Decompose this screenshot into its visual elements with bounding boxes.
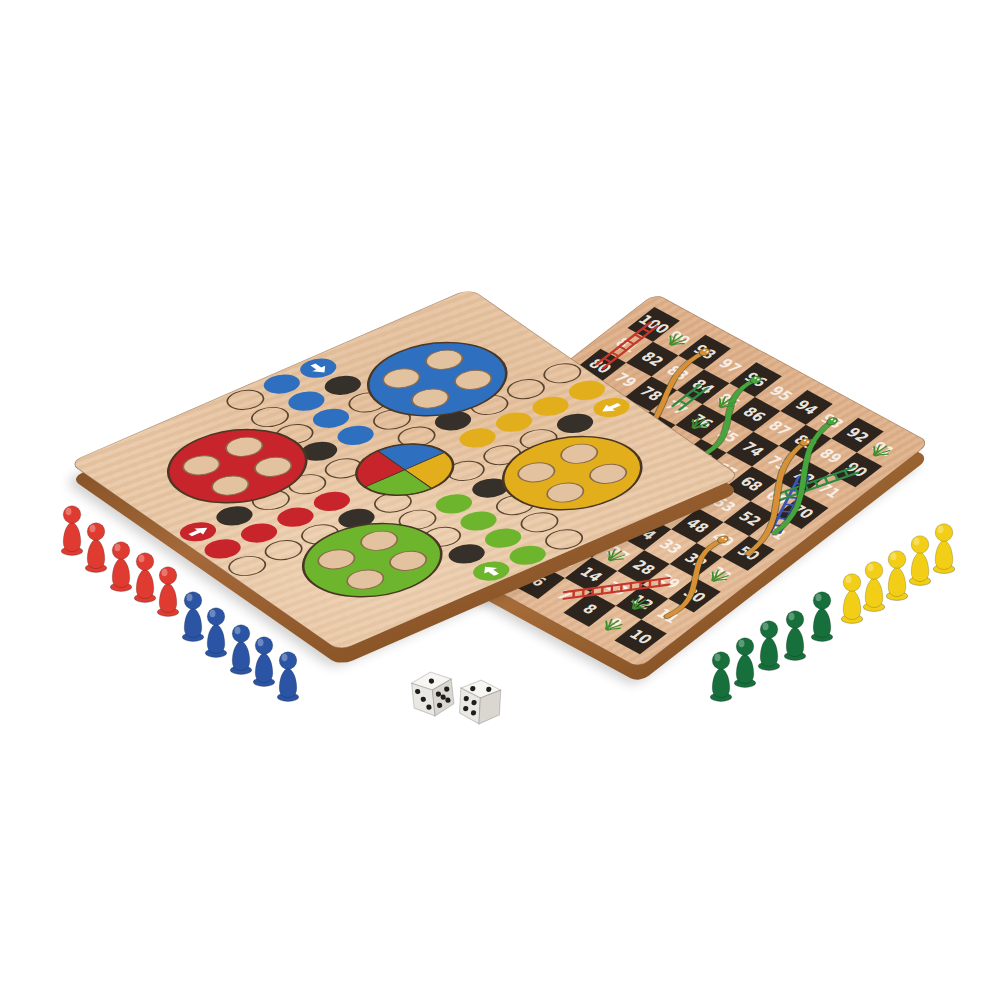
ludo-track-circle bbox=[245, 403, 295, 430]
ladder-77-84 bbox=[673, 385, 707, 410]
die-2[interactable] bbox=[451, 675, 510, 734]
pawn-yellow-5[interactable] bbox=[926, 522, 962, 574]
grass-tuft bbox=[627, 596, 652, 612]
ludo-home-yellow bbox=[477, 421, 668, 524]
pawn-blue-5[interactable] bbox=[270, 650, 306, 702]
scene: 1234567891011121314151617181920212223242… bbox=[0, 0, 1000, 1000]
grass-tuft bbox=[868, 443, 893, 459]
ludo-home-run-circle-yellow bbox=[489, 409, 539, 436]
ludo-home-run-circle-red bbox=[270, 504, 320, 531]
grass-tuft bbox=[600, 617, 625, 633]
ludo-track-circle bbox=[220, 386, 270, 413]
snake-93-51 bbox=[721, 416, 887, 532]
grass-tuft bbox=[664, 332, 689, 348]
ladder-51-72 bbox=[745, 474, 834, 535]
grass-tuft bbox=[687, 415, 712, 431]
grass-tuft bbox=[706, 568, 731, 584]
ladder-80-100 bbox=[596, 323, 657, 369]
ludo-home-red bbox=[142, 414, 333, 517]
ludo-track-circle bbox=[514, 509, 564, 536]
